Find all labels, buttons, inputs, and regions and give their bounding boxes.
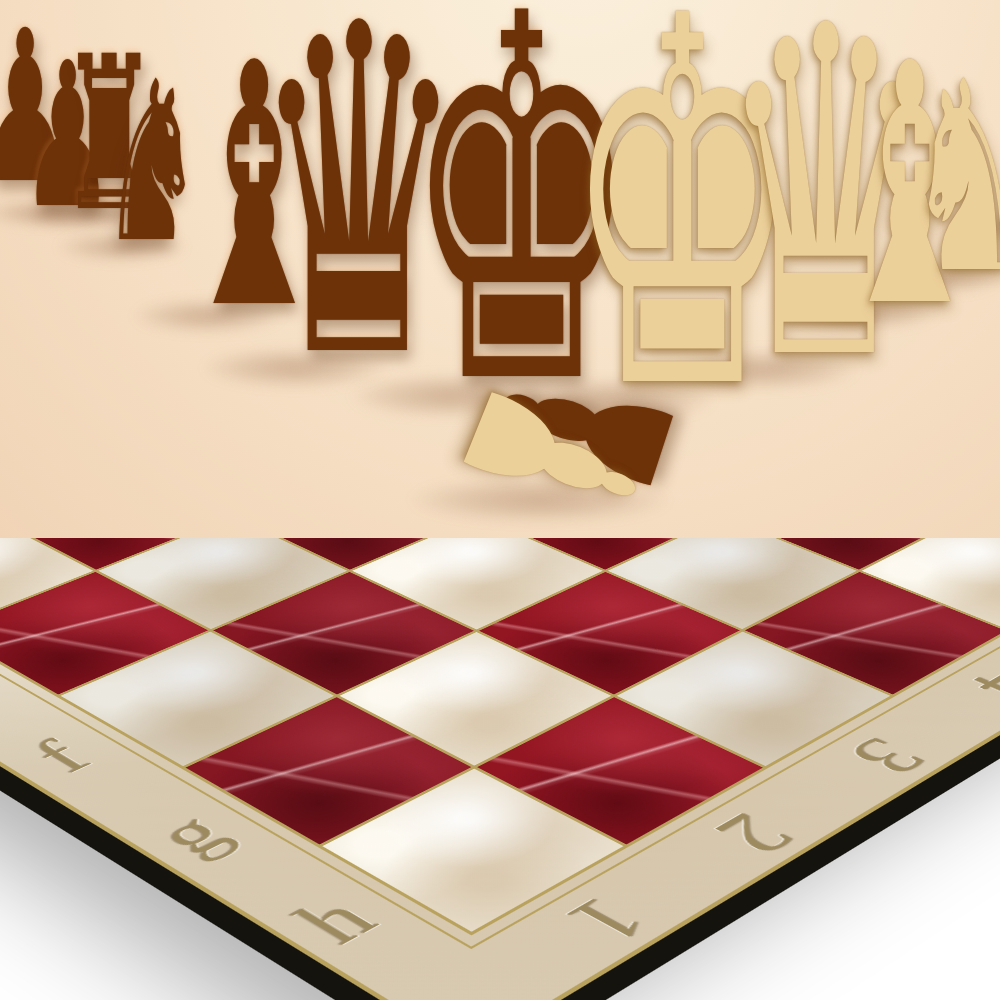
pieces-layer: ♟♟♜♞♝♛♚♚♛♝♞♜♟♟ (0, 0, 1000, 538)
board-grid (0, 538, 1000, 935)
light-knight: ♞ (907, 47, 1000, 310)
board-scene: abcdefgh 12345678 (0, 538, 1000, 1000)
board-grid-wrap (0, 538, 1000, 949)
board-photo: abcdefgh 12345678 (0, 538, 1000, 1000)
pieces-photo: ♟♟♜♞♝♛♚♚♛♝♞♜♟♟ (0, 0, 1000, 538)
light-rook-partial: ♜ (990, 17, 1000, 254)
board-edge: abcdefgh 12345678 (0, 538, 1000, 1000)
product-photo: ♟♟♜♞♝♛♚♚♛♝♞♜♟♟ abcdefgh 12345678 (0, 0, 1000, 1000)
board-frame: abcdefgh 12345678 (0, 538, 1000, 1000)
